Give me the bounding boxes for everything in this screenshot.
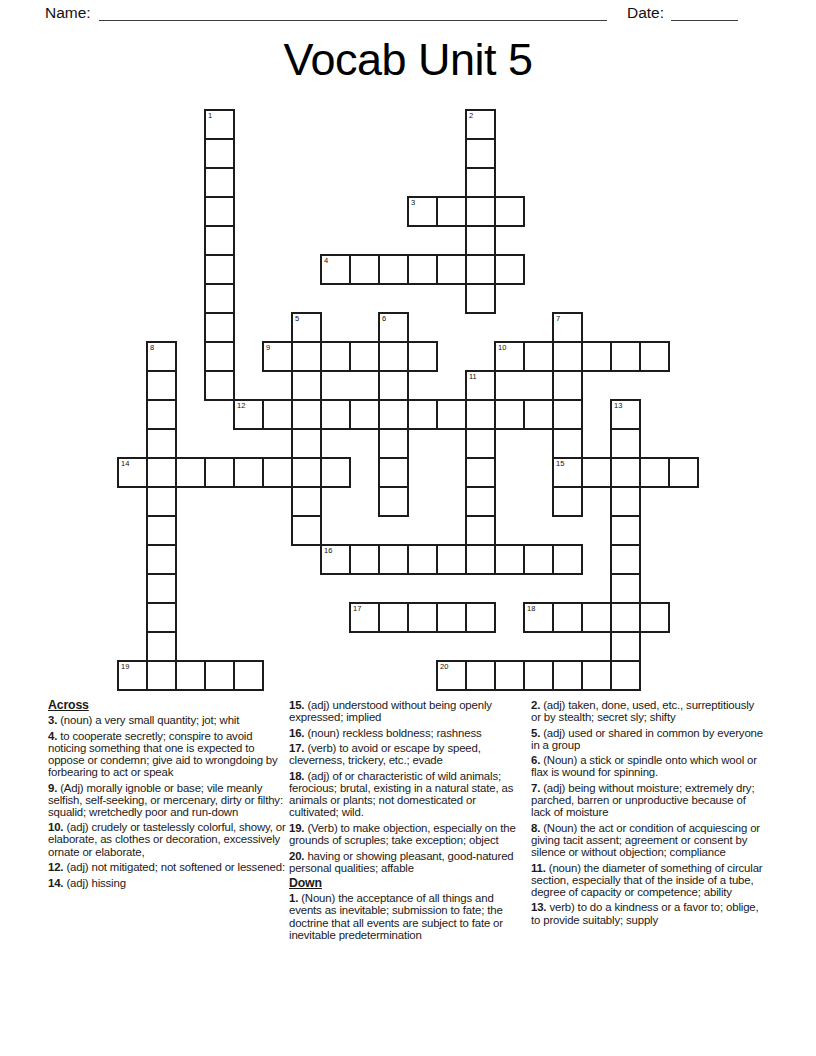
grid-cell[interactable] [465,486,496,517]
date-line[interactable] [671,20,738,21]
grid-cell[interactable] [523,660,554,691]
grid-cell[interactable] [378,602,409,633]
grid-cell[interactable] [175,457,206,488]
grid-cell[interactable] [465,544,496,575]
grid-cell[interactable] [465,283,496,314]
grid-cell[interactable] [581,457,612,488]
clue-number: 15. [289,699,304,711]
clue-number: 20. [289,850,304,862]
clue-item: 9. (Adj) morally ignoble or base; vile m… [48,782,286,818]
cell-number: 11 [467,372,494,381]
clue-number: 17. [289,742,304,754]
grid-cell[interactable] [204,660,235,691]
page-title: Vocab Unit 5 [0,34,816,86]
grid-cell[interactable] [465,457,496,488]
grid-cell[interactable] [378,428,409,459]
clue-item: 18. (adj) of or characteristic of wild a… [289,770,521,818]
grid-cell[interactable] [639,457,670,488]
cell-number: 17 [351,604,378,613]
grid-cell[interactable] [494,660,525,691]
grid-cell[interactable] [146,660,177,691]
grid-cell[interactable] [494,399,525,430]
grid-cell[interactable] [146,602,177,633]
grid-cell[interactable] [610,457,641,488]
clue-number: 19. [289,822,304,834]
grid-cell[interactable] [233,457,264,488]
grid-cell[interactable] [465,196,496,227]
clue-column-3: 2. (adj) taken, done, used, etc., surrep… [531,699,766,929]
grid-cell[interactable] [552,660,583,691]
clue-item: 4. to cooperate secretly; conspire to av… [48,730,286,778]
grid-cell[interactable] [146,428,177,459]
grid-cell[interactable]: 14 [117,457,148,488]
grid-cell[interactable] [668,457,699,488]
clue-number: 9. [48,782,57,794]
grid-cell[interactable] [436,399,467,430]
grid-cell[interactable]: 17 [349,602,380,633]
crossword-grid: 1234567891011121314151617181920 [117,109,699,691]
worksheet-page: Name: Date: Vocab Unit 5 123456789101112… [0,0,816,1056]
clue-item: 16. (noun) reckless boldness; rashness [289,727,521,739]
grid-cell[interactable] [465,602,496,633]
grid-cell[interactable]: 13 [610,399,641,430]
clue-item: 2. (adj) taken, done, used, etc., surrep… [531,699,766,723]
grid-cell[interactable] [639,341,670,372]
grid-cell[interactable] [378,486,409,517]
grid-cell[interactable]: 18 [523,602,554,633]
grid-cell[interactable] [204,196,235,227]
clue-number: 4. [48,730,57,742]
cell-number: 6 [380,314,407,323]
clue-item: 13. verb) to do a kindness or a favor to… [531,901,766,925]
grid-cell[interactable] [610,631,641,662]
grid-cell[interactable] [146,573,177,604]
grid-cell[interactable]: 15 [552,457,583,488]
cell-number: 19 [119,662,146,671]
grid-cell[interactable] [581,602,612,633]
grid-cell[interactable] [523,341,554,372]
grid-cell[interactable]: 1 [204,109,235,140]
grid-cell[interactable]: 7 [552,312,583,343]
cell-number: 13 [612,401,639,410]
grid-cell[interactable] [407,254,438,285]
grid-cell[interactable] [146,399,177,430]
grid-cell[interactable] [146,486,177,517]
down-heading: Down [289,877,521,889]
grid-cell[interactable] [436,602,467,633]
clue-number: 11. [531,862,546,874]
clue-number: 6. [531,754,540,766]
cell-number: 10 [496,343,523,352]
grid-cell[interactable] [291,370,322,401]
clue-item: 3. (noun) a very small quantity; jot; wh… [48,714,286,726]
grid-cell[interactable] [610,660,641,691]
grid-cell[interactable] [552,428,583,459]
clue-item: 5. (adj) used or shared in common by eve… [531,727,766,751]
cell-number: 3 [409,198,436,207]
grid-cell[interactable] [233,660,264,691]
cell-number: 15 [554,459,581,468]
grid-cell[interactable] [291,399,322,430]
clue-item: 7. (adj) being without moisture; extreme… [531,782,766,818]
clue-number: 13. [531,901,546,913]
cell-number: 18 [525,604,552,613]
grid-cell[interactable] [465,138,496,169]
grid-cell[interactable] [436,196,467,227]
grid-cell[interactable]: 10 [494,341,525,372]
cell-number: 5 [293,314,320,323]
grid-cell[interactable]: 6 [378,312,409,343]
grid-cell[interactable] [610,486,641,517]
grid-cell[interactable]: 5 [291,312,322,343]
grid-cell[interactable] [204,283,235,314]
cell-number: 9 [264,343,291,352]
grid-cell[interactable] [610,515,641,546]
grid-cell[interactable]: 3 [407,196,438,227]
grid-cell[interactable]: 11 [465,370,496,401]
grid-cell[interactable] [262,399,293,430]
grid-cell[interactable] [146,370,177,401]
clue-item: 17. (verb) to avoid or escape by speed, … [289,742,521,766]
grid-cell[interactable] [349,399,380,430]
grid-cell[interactable] [378,341,409,372]
grid-cell[interactable] [204,312,235,343]
grid-cell[interactable] [494,544,525,575]
grid-cell[interactable] [407,602,438,633]
grid-cell[interactable] [465,515,496,546]
grid-cell[interactable] [378,457,409,488]
grid-cell[interactable]: 19 [117,660,148,691]
clue-number: 1. [289,892,298,904]
clue-item: 12. (adj) not mitigated; not softened or… [48,861,286,873]
across-heading: Across [48,699,286,711]
clue-number: 8. [531,822,540,834]
grid-cell[interactable] [639,602,670,633]
grid-cell[interactable] [465,225,496,256]
clue-item: 11. (noun) the diameter of something of … [531,862,766,898]
grid-cell[interactable] [610,602,641,633]
grid-cell[interactable] [378,254,409,285]
grid-cell[interactable] [610,428,641,459]
clue-number: 16. [289,727,304,739]
clue-item: 14. (adj) hissing [48,877,286,889]
grid-cell[interactable] [436,254,467,285]
grid-cell[interactable] [610,544,641,575]
grid-cell[interactable] [204,167,235,198]
grid-cell[interactable] [581,341,612,372]
clue-item: 8. (Noun) the act or condition of acquie… [531,822,766,858]
name-line[interactable] [99,20,607,21]
grid-cell[interactable]: 2 [465,109,496,140]
grid-cell[interactable] [291,515,322,546]
clue-number: 18. [289,770,304,782]
grid-cell[interactable] [320,399,351,430]
grid-cell[interactable]: 8 [146,341,177,372]
grid-cell[interactable] [262,457,293,488]
cell-number: 8 [148,343,175,352]
grid-cell[interactable] [378,399,409,430]
grid-cell[interactable] [378,370,409,401]
grid-cell[interactable] [552,370,583,401]
grid-cell[interactable] [204,225,235,256]
clue-number: 3. [48,714,57,726]
grid-cell[interactable] [291,341,322,372]
grid-cell[interactable] [146,457,177,488]
clue-item: 10. (adj) crudely or tastelessly colorfu… [48,821,286,857]
cell-number: 12 [235,401,262,410]
grid-cell[interactable] [610,341,641,372]
name-label: Name: [45,4,91,22]
grid-cell[interactable] [523,544,554,575]
grid-cell[interactable] [291,428,322,459]
grid-cell[interactable]: 4 [320,254,351,285]
grid-cell[interactable] [349,544,380,575]
clue-column-2: 15. (adj) understood without being openl… [289,699,521,944]
grid-cell[interactable] [552,602,583,633]
grid-cell[interactable] [552,486,583,517]
grid-cell[interactable] [552,544,583,575]
grid-cell[interactable] [523,399,554,430]
grid-cell[interactable] [465,660,496,691]
grid-cell[interactable] [552,341,583,372]
grid-cell[interactable] [291,486,322,517]
grid-cell[interactable] [465,254,496,285]
grid-cell[interactable] [407,544,438,575]
grid-cell[interactable] [378,544,409,575]
grid-cell[interactable]: 16 [320,544,351,575]
grid-cell[interactable] [204,370,235,401]
grid-cell[interactable] [204,254,235,285]
grid-cell[interactable] [320,457,351,488]
cell-number: 7 [554,314,581,323]
grid-cell[interactable] [349,254,380,285]
grid-cell[interactable] [146,544,177,575]
grid-cell[interactable] [581,660,612,691]
grid-cell[interactable] [407,399,438,430]
clue-number: 7. [531,782,540,794]
grid-cell[interactable]: 12 [233,399,264,430]
grid-cell[interactable] [320,341,351,372]
cell-number: 16 [322,546,349,555]
grid-cell[interactable] [349,341,380,372]
cell-number: 2 [467,111,494,120]
grid-cell[interactable] [175,660,206,691]
clue-number: 10. [48,821,63,833]
grid-cell[interactable] [407,341,438,372]
grid-cell[interactable] [204,457,235,488]
clue-number: 12. [48,861,63,873]
clue-number: 5. [531,727,540,739]
date-label: Date: [627,4,664,22]
grid-cell[interactable] [204,341,235,372]
grid-cell[interactable] [610,573,641,604]
grid-cell[interactable] [146,515,177,546]
grid-cell[interactable]: 20 [436,660,467,691]
grid-cell[interactable]: 9 [262,341,293,372]
clue-item: 1. (Noun) the acceptance of all things a… [289,892,521,940]
clue-column-1: Across3. (noun) a very small quantity; j… [48,699,286,892]
grid-cell[interactable] [494,196,525,227]
grid-cell[interactable] [552,399,583,430]
grid-cell[interactable] [465,167,496,198]
grid-cell[interactable] [465,428,496,459]
grid-cell[interactable] [465,399,496,430]
grid-cell[interactable] [291,457,322,488]
clue-item: 6. (Noun) a stick or spindle onto which … [531,754,766,778]
clue-item: 15. (adj) understood without being openl… [289,699,521,723]
cell-number: 4 [322,256,349,265]
cell-number: 14 [119,459,146,468]
grid-cell[interactable] [146,631,177,662]
clue-number: 14. [48,877,63,889]
grid-cell[interactable] [494,254,525,285]
clue-item: 20. having or showing pleasant, good-nat… [289,850,521,874]
grid-cell[interactable] [436,544,467,575]
grid-cell[interactable] [204,138,235,169]
cell-number: 20 [438,662,465,671]
clue-number: 2. [531,699,540,711]
cell-number: 1 [206,111,233,120]
clue-item: 19. (Verb) to make objection, especially… [289,822,521,846]
